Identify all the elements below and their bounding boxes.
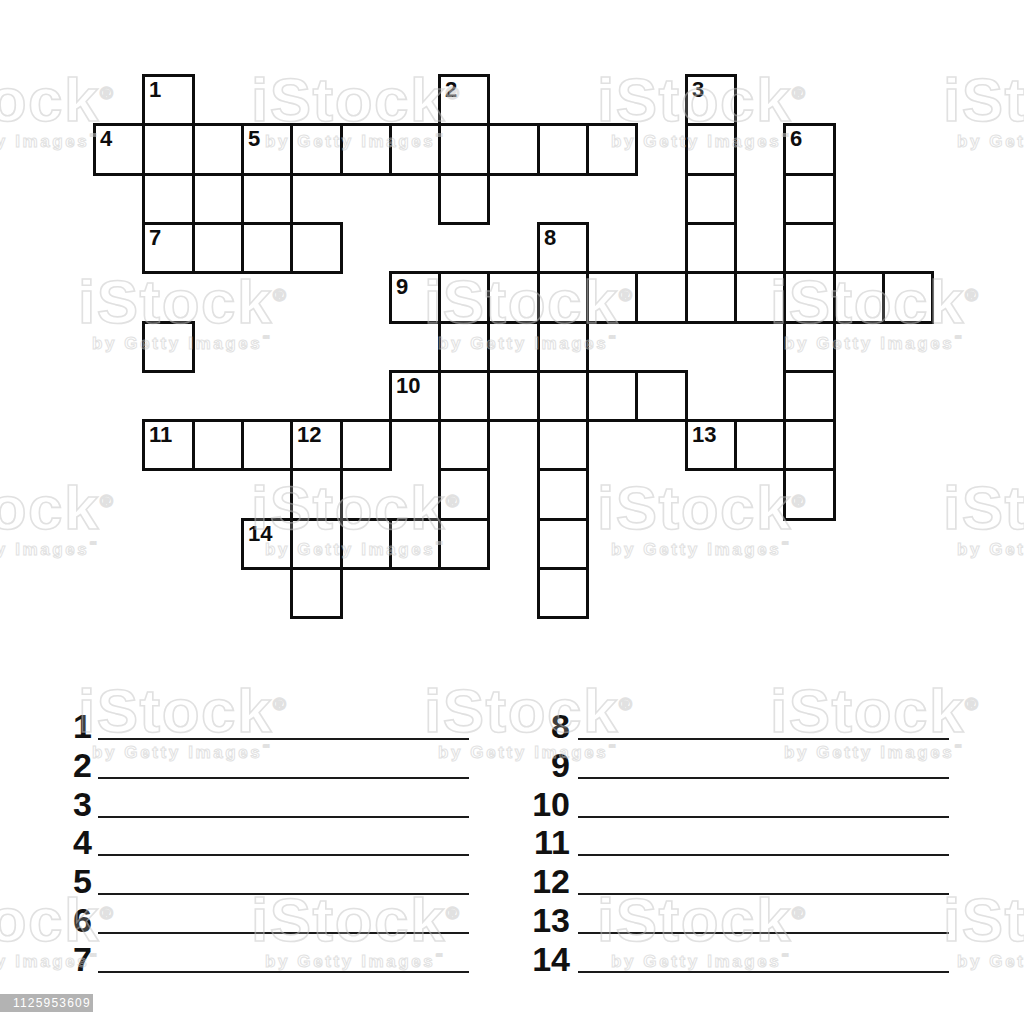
cell-r7c14[interactable]	[783, 419, 836, 471]
crossword-grid: 1234567891011121314	[0, 0, 1024, 1024]
cell-number-4: 4	[100, 127, 112, 150]
cell-r4c13[interactable]	[734, 271, 786, 324]
cell-r1c10[interactable]	[586, 123, 638, 176]
cell-r7c5[interactable]	[340, 419, 392, 471]
cell-r9c4[interactable]	[290, 518, 343, 570]
cell-r4c9[interactable]	[537, 271, 589, 324]
cell-r9c3[interactable]: 14	[241, 518, 293, 570]
cell-number-10: 10	[396, 374, 420, 397]
cell-r2c14[interactable]	[783, 173, 836, 225]
cell-r1c4[interactable]	[290, 123, 343, 176]
cell-r6c10[interactable]	[586, 370, 638, 422]
cell-number-14: 14	[248, 522, 272, 545]
cell-number-7: 7	[149, 226, 161, 249]
cell-r4c8[interactable]	[487, 271, 540, 324]
cell-r1c0[interactable]: 4	[93, 123, 145, 176]
cell-r9c6[interactable]	[389, 518, 441, 570]
cell-r3c1[interactable]: 7	[142, 222, 195, 274]
cell-r1c5[interactable]	[340, 123, 392, 176]
cell-r7c1[interactable]: 11	[142, 419, 195, 471]
cell-number-6: 6	[790, 127, 802, 150]
cell-r4c14[interactable]	[783, 271, 836, 324]
cell-r8c14[interactable]	[783, 468, 836, 521]
cell-number-2: 2	[445, 78, 457, 101]
cell-r10c9[interactable]	[537, 567, 589, 619]
cell-r6c14[interactable]	[783, 370, 836, 422]
cell-r4c10[interactable]	[586, 271, 638, 324]
cell-r3c3[interactable]	[241, 222, 293, 274]
cell-r1c3[interactable]: 5	[241, 123, 293, 176]
cell-number-11: 11	[149, 423, 172, 446]
cell-r7c7[interactable]	[438, 419, 490, 471]
cell-r8c9[interactable]	[537, 468, 589, 521]
cell-r5c1[interactable]	[142, 321, 195, 373]
cell-r2c2[interactable]	[192, 173, 244, 225]
cell-r4c15[interactable]	[833, 271, 885, 324]
cell-r7c3[interactable]	[241, 419, 293, 471]
cell-r4c11[interactable]	[635, 271, 688, 324]
cell-r7c13[interactable]	[734, 419, 786, 471]
cell-r6c7[interactable]	[438, 370, 490, 422]
cell-r3c14[interactable]	[783, 222, 836, 274]
cell-r1c2[interactable]	[192, 123, 244, 176]
cell-r9c5[interactable]	[340, 518, 392, 570]
cell-number-13: 13	[692, 423, 716, 446]
cell-r5c9[interactable]	[537, 321, 589, 373]
cell-r7c4[interactable]: 12	[290, 419, 343, 471]
cell-r6c9[interactable]	[537, 370, 589, 422]
cell-r0c1[interactable]: 1	[142, 74, 195, 126]
cell-r4c16[interactable]	[882, 271, 934, 324]
cell-r4c12[interactable]	[685, 271, 737, 324]
cell-r2c7[interactable]	[438, 173, 490, 225]
cell-r6c11[interactable]	[635, 370, 688, 422]
cell-number-1: 1	[149, 78, 161, 101]
image-id-badge: 1125953609	[0, 994, 93, 1012]
cell-r2c1[interactable]	[142, 173, 195, 225]
cell-r1c12[interactable]	[685, 123, 737, 176]
cell-r5c7[interactable]	[438, 321, 490, 373]
cell-r1c14[interactable]: 6	[783, 123, 836, 176]
cell-r1c9[interactable]	[537, 123, 589, 176]
cell-r4c6[interactable]: 9	[389, 271, 441, 324]
cell-r8c4[interactable]	[290, 468, 343, 521]
cell-r3c12[interactable]	[685, 222, 737, 274]
cell-r3c9[interactable]: 8	[537, 222, 589, 274]
cell-r9c7[interactable]	[438, 518, 490, 570]
cell-r5c14[interactable]	[783, 321, 836, 373]
cell-r10c4[interactable]	[290, 567, 343, 619]
cell-r6c6[interactable]: 10	[389, 370, 441, 422]
cell-r0c7[interactable]: 2	[438, 74, 490, 126]
cell-r8c7[interactable]	[438, 468, 490, 521]
cell-number-9: 9	[396, 275, 408, 298]
cell-r7c12[interactable]: 13	[685, 419, 737, 471]
cell-r1c1[interactable]	[142, 123, 195, 176]
cell-r1c8[interactable]	[487, 123, 540, 176]
cell-r6c8[interactable]	[487, 370, 540, 422]
cell-r2c12[interactable]	[685, 173, 737, 225]
cell-r4c7[interactable]	[438, 271, 490, 324]
cell-number-3: 3	[692, 78, 704, 101]
cell-number-12: 12	[297, 423, 321, 446]
cell-r9c9[interactable]	[537, 518, 589, 570]
cell-r0c12[interactable]: 3	[685, 74, 737, 126]
cell-number-5: 5	[248, 127, 260, 150]
cell-number-8: 8	[544, 226, 556, 249]
cell-r7c9[interactable]	[537, 419, 589, 471]
cell-r2c3[interactable]	[241, 173, 293, 225]
cell-r7c2[interactable]	[192, 419, 244, 471]
cell-r3c2[interactable]	[192, 222, 244, 274]
cell-r1c6[interactable]	[389, 123, 441, 176]
crossword-puzzle-page: 1234567891011121314 1234567 891011121314…	[0, 0, 1024, 1024]
cell-r3c4[interactable]	[290, 222, 343, 274]
cell-r1c7[interactable]	[438, 123, 490, 176]
